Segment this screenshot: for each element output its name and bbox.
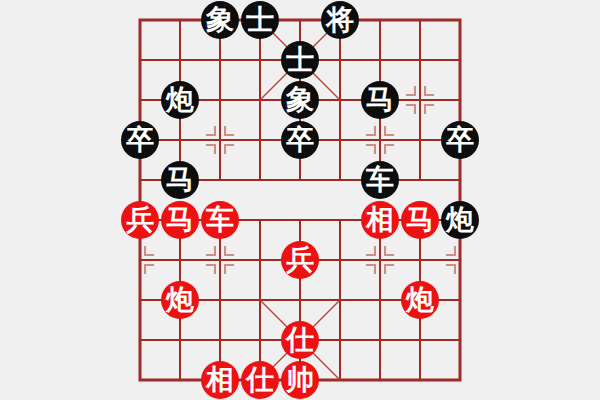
piece-black-horse[interactable]: 马 xyxy=(361,81,399,119)
piece-black-advisor[interactable]: 士 xyxy=(281,41,319,79)
piece-red-general[interactable]: 帅 xyxy=(281,361,319,399)
piece-red-elephant[interactable]: 相 xyxy=(361,201,399,239)
piece-black-horse[interactable]: 马 xyxy=(161,161,199,199)
piece-black-soldier[interactable]: 卒 xyxy=(281,121,319,159)
piece-black-general[interactable]: 将 xyxy=(321,1,359,39)
piece-red-elephant[interactable]: 相 xyxy=(201,361,239,399)
piece-black-elephant[interactable]: 象 xyxy=(201,1,239,39)
piece-black-elephant[interactable]: 象 xyxy=(281,81,319,119)
piece-red-advisor[interactable]: 仕 xyxy=(281,321,319,359)
piece-black-chariot[interactable]: 车 xyxy=(361,161,399,199)
pieces-layer: 象士将士炮象马卒卒卒马车炮兵马车相马兵炮炮仕相仕帅 xyxy=(0,0,600,400)
piece-black-soldier[interactable]: 卒 xyxy=(441,121,479,159)
piece-red-chariot[interactable]: 车 xyxy=(201,201,239,239)
piece-black-soldier[interactable]: 卒 xyxy=(121,121,159,159)
piece-red-advisor[interactable]: 仕 xyxy=(241,361,279,399)
piece-red-cannon[interactable]: 炮 xyxy=(161,281,199,319)
piece-black-cannon[interactable]: 炮 xyxy=(441,201,479,239)
piece-black-cannon[interactable]: 炮 xyxy=(161,81,199,119)
piece-red-soldier[interactable]: 兵 xyxy=(121,201,159,239)
piece-red-horse[interactable]: 马 xyxy=(401,201,439,239)
piece-red-horse[interactable]: 马 xyxy=(161,201,199,239)
piece-black-advisor[interactable]: 士 xyxy=(241,1,279,39)
piece-red-soldier[interactable]: 兵 xyxy=(281,241,319,279)
piece-red-cannon[interactable]: 炮 xyxy=(401,281,439,319)
xiangqi-board[interactable]: 象士将士炮象马卒卒卒马车炮兵马车相马兵炮炮仕相仕帅 xyxy=(0,0,600,400)
